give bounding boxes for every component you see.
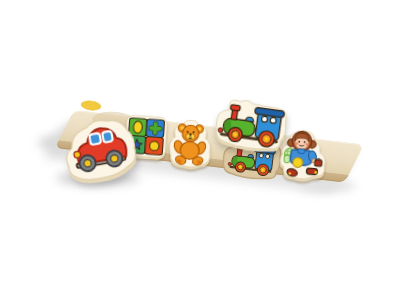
piece-car — [53, 109, 143, 189]
piece-train — [209, 94, 292, 158]
car-artwork — [53, 109, 143, 189]
brand-sticker-icon — [81, 100, 102, 111]
train-artwork — [209, 94, 292, 158]
product-photo-scene — [0, 0, 400, 300]
